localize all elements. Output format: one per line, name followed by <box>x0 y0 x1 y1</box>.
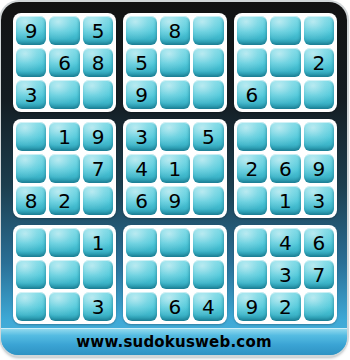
cell-r2c6[interactable] <box>193 48 223 77</box>
sudoku-box-middle-left: 19782 <box>13 119 116 218</box>
cell-r7c6[interactable] <box>193 228 223 257</box>
cell-r8c5[interactable] <box>160 260 190 289</box>
cell-r8c7[interactable] <box>237 260 267 289</box>
cell-r2c3[interactable]: 8 <box>83 48 113 77</box>
cell-r3c5[interactable] <box>160 80 190 109</box>
cell-r3c7[interactable]: 6 <box>237 80 267 109</box>
cell-r3c1[interactable]: 3 <box>16 80 46 109</box>
cell-r9c2[interactable] <box>49 292 79 321</box>
sudoku-box-top-left: 95683 <box>13 13 116 112</box>
cell-r5c5[interactable]: 1 <box>160 154 190 183</box>
sudoku-box-bottom-right: 463792 <box>234 225 337 324</box>
sudoku-box-bottom-middle: 64 <box>123 225 226 324</box>
cell-r7c4[interactable] <box>126 228 156 257</box>
cell-r7c5[interactable] <box>160 228 190 257</box>
cell-r4c8[interactable] <box>270 122 300 151</box>
cell-r1c5[interactable]: 8 <box>160 16 190 45</box>
sudoku-box-bottom-left: 13 <box>13 225 116 324</box>
cell-r2c1[interactable] <box>16 48 46 77</box>
cell-r4c9[interactable] <box>304 122 334 151</box>
cell-r7c7[interactable] <box>237 228 267 257</box>
cell-r5c7[interactable]: 2 <box>237 154 267 183</box>
cell-r9c7[interactable]: 9 <box>237 292 267 321</box>
cell-r5c4[interactable]: 4 <box>126 154 156 183</box>
cell-r3c8[interactable] <box>270 80 300 109</box>
cell-r1c7[interactable] <box>237 16 267 45</box>
cell-r1c9[interactable] <box>304 16 334 45</box>
cell-r3c6[interactable] <box>193 80 223 109</box>
cell-r5c9[interactable]: 9 <box>304 154 334 183</box>
cell-r3c3[interactable] <box>83 80 113 109</box>
cell-r9c8[interactable]: 2 <box>270 292 300 321</box>
cell-r9c1[interactable] <box>16 292 46 321</box>
sudoku-box-top-middle: 859 <box>123 13 226 112</box>
cell-r1c8[interactable] <box>270 16 300 45</box>
cell-r6c2[interactable]: 2 <box>49 186 79 215</box>
cell-r9c4[interactable] <box>126 292 156 321</box>
cell-r3c2[interactable] <box>49 80 79 109</box>
cell-r8c2[interactable] <box>49 260 79 289</box>
sudoku-app: 95683 859 26 19782 354169 26913 13 64 46… <box>0 0 350 360</box>
cell-r8c6[interactable] <box>193 260 223 289</box>
cell-r4c1[interactable] <box>16 122 46 151</box>
cell-r2c9[interactable]: 2 <box>304 48 334 77</box>
cell-r8c1[interactable] <box>16 260 46 289</box>
cell-r8c9[interactable]: 7 <box>304 260 334 289</box>
sudoku-box-middle-middle: 354169 <box>123 119 226 218</box>
cell-r2c4[interactable]: 5 <box>126 48 156 77</box>
cell-r6c1[interactable]: 8 <box>16 186 46 215</box>
cell-r5c8[interactable]: 6 <box>270 154 300 183</box>
cell-r2c7[interactable] <box>237 48 267 77</box>
cell-r7c3[interactable]: 1 <box>83 228 113 257</box>
cell-r9c5[interactable]: 6 <box>160 292 190 321</box>
cell-r8c4[interactable] <box>126 260 156 289</box>
cell-r5c6[interactable] <box>193 154 223 183</box>
site-url: www.sudokusweb.com <box>76 333 271 351</box>
footer-bar: www.sudokusweb.com <box>1 328 347 355</box>
cell-r2c2[interactable]: 6 <box>49 48 79 77</box>
cell-r4c4[interactable]: 3 <box>126 122 156 151</box>
cell-r6c6[interactable] <box>193 186 223 215</box>
cell-r6c7[interactable] <box>237 186 267 215</box>
cell-r6c8[interactable]: 1 <box>270 186 300 215</box>
sudoku-box-middle-right: 26913 <box>234 119 337 218</box>
cell-r1c2[interactable] <box>49 16 79 45</box>
cell-r4c5[interactable] <box>160 122 190 151</box>
cell-r9c3[interactable]: 3 <box>83 292 113 321</box>
cell-r7c8[interactable]: 4 <box>270 228 300 257</box>
cell-r7c1[interactable] <box>16 228 46 257</box>
cell-r2c5[interactable] <box>160 48 190 77</box>
cell-r5c3[interactable]: 7 <box>83 154 113 183</box>
cell-r1c1[interactable]: 9 <box>16 16 46 45</box>
cell-r6c3[interactable] <box>83 186 113 215</box>
cell-r8c8[interactable]: 3 <box>270 260 300 289</box>
cell-r1c3[interactable]: 5 <box>83 16 113 45</box>
cell-r9c6[interactable]: 4 <box>193 292 223 321</box>
cell-r7c2[interactable] <box>49 228 79 257</box>
sudoku-box-top-right: 26 <box>234 13 337 112</box>
cell-r7c9[interactable]: 6 <box>304 228 334 257</box>
cell-r4c2[interactable]: 1 <box>49 122 79 151</box>
cell-r3c9[interactable] <box>304 80 334 109</box>
cell-r4c3[interactable]: 9 <box>83 122 113 151</box>
cell-r4c7[interactable] <box>237 122 267 151</box>
cell-r6c4[interactable]: 6 <box>126 186 156 215</box>
cell-r5c2[interactable] <box>49 154 79 183</box>
cell-r8c3[interactable] <box>83 260 113 289</box>
cell-r1c4[interactable] <box>126 16 156 45</box>
cell-r6c5[interactable]: 9 <box>160 186 190 215</box>
sudoku-board: 95683 859 26 19782 354169 26913 13 64 46… <box>13 13 337 324</box>
cell-r3c4[interactable]: 9 <box>126 80 156 109</box>
cell-r4c6[interactable]: 5 <box>193 122 223 151</box>
cell-r2c8[interactable] <box>270 48 300 77</box>
cell-r5c1[interactable] <box>16 154 46 183</box>
cell-r9c9[interactable] <box>304 292 334 321</box>
cell-r1c6[interactable] <box>193 16 223 45</box>
cell-r6c9[interactable]: 3 <box>304 186 334 215</box>
